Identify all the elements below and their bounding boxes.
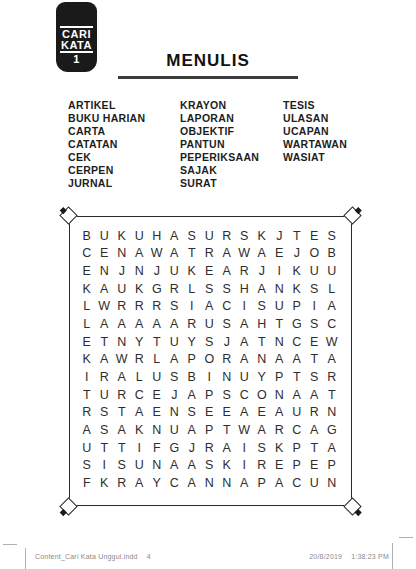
grid-cell-r10c5: E — [148, 386, 166, 404]
page-title: MENULIS — [118, 51, 298, 71]
grid-cell-r10c2: U — [96, 386, 114, 404]
grid-cell-r9c3: A — [113, 368, 131, 386]
grid-cell-r15c9: N — [218, 474, 236, 492]
grid-cell-r10c12: N — [271, 386, 289, 404]
grid-cell-r3c8: E — [201, 262, 219, 280]
grid-cell-r9c6: S — [166, 368, 184, 386]
grid-cell-r14c15: P — [323, 456, 341, 474]
grid-cell-r14c10: I — [236, 456, 254, 474]
grid-cell-r5c12: U — [271, 298, 289, 316]
grid-cell-r14c2: I — [96, 456, 114, 474]
grid-cell-r2c11: A — [253, 245, 271, 263]
word-list-column-1: ARTIKELBUKU HARIANCARTACATATANCEKCERPENJ… — [68, 99, 180, 190]
grid-cell-r1c12: J — [271, 227, 289, 245]
grid-cell-r12c15: G — [323, 421, 341, 439]
grid-cell-r14c12: E — [271, 456, 289, 474]
grid-cell-r6c12: T — [271, 315, 289, 333]
grid-cell-r5c11: S — [253, 298, 271, 316]
grid-cell-r15c7: A — [183, 474, 201, 492]
grid-cell-r9c1: I — [78, 368, 96, 386]
grid-cell-r9c2: R — [96, 368, 114, 386]
grid-cell-r13c2: T — [96, 439, 114, 457]
grid-cell-r15c11: P — [253, 474, 271, 492]
grid-cell-r9c14: S — [306, 368, 324, 386]
grid-cell-r13c10: I — [236, 439, 254, 457]
grid-cell-r7c10: A — [236, 333, 254, 351]
grid-cell-r8c1: K — [78, 350, 96, 368]
grid-cell-r9c7: B — [183, 368, 201, 386]
footer-filename: Content_Cari Kata Unggul.indd — [35, 553, 138, 560]
word-item: SURAT — [180, 177, 283, 190]
grid-cell-r10c14: A — [306, 386, 324, 404]
grid-cell-r12c12: R — [271, 421, 289, 439]
word-item: TESIS — [283, 99, 393, 112]
grid-cell-r3c2: N — [96, 262, 114, 280]
grid-cell-r4c11: A — [253, 280, 271, 298]
grid-cell-r3c1: E — [78, 262, 96, 280]
crop-mark — [25, 548, 26, 569]
grid-cell-r13c1: U — [78, 439, 96, 457]
grid-cell-r13c6: G — [166, 439, 184, 457]
grid-cell-r5c8: A — [201, 298, 219, 316]
grid-cell-r2c10: W — [236, 245, 254, 263]
grid-cell-r11c2: S — [96, 403, 114, 421]
grid-cell-r4c3: U — [113, 280, 131, 298]
grid-cell-r13c3: T — [113, 439, 131, 457]
grid-cell-r2c8: R — [201, 245, 219, 263]
crop-mark — [399, 537, 413, 538]
grid-cell-r6c14: S — [306, 315, 324, 333]
grid-cell-r1c3: K — [113, 227, 131, 245]
grid-cell-r2c13: J — [288, 245, 306, 263]
word-item: CATATAN — [68, 138, 180, 151]
puzzle-frame: BUKUHASURSKJTESCENAWATRAWAEJOBENJNJUKEAR… — [69, 216, 352, 506]
grid-cell-r1c9: R — [218, 227, 236, 245]
grid-cell-r13c12: K — [271, 439, 289, 457]
grid-cell-r4c4: K — [131, 280, 149, 298]
grid-cell-r4c2: A — [96, 280, 114, 298]
grid-cell-r1c11: K — [253, 227, 271, 245]
grid-cell-r7c6: U — [166, 333, 184, 351]
grid-cell-r4c1: K — [78, 280, 96, 298]
word-item: LAPORAN — [180, 112, 283, 125]
grid-cell-r2c6: A — [166, 245, 184, 263]
grid-cell-r8c11: N — [253, 350, 271, 368]
grid-cell-r15c14: U — [306, 474, 324, 492]
grid-cell-r3c9: A — [218, 262, 236, 280]
grid-cell-r9c5: U — [148, 368, 166, 386]
grid-cell-r6c10: A — [236, 315, 254, 333]
grid-cell-r6c15: C — [323, 315, 341, 333]
grid-cell-r11c15: N — [323, 403, 341, 421]
grid-cell-r8c2: A — [96, 350, 114, 368]
grid-cell-r14c11: R — [253, 456, 271, 474]
word-item: UCAPAN — [283, 125, 393, 138]
grid-cell-r7c3: N — [113, 333, 131, 351]
grid-cell-r14c6: A — [166, 456, 184, 474]
grid-cell-r3c15: U — [323, 262, 341, 280]
grid-cell-r15c10: A — [236, 474, 254, 492]
word-item: PANTUN — [180, 138, 283, 151]
grid-cell-r14c14: E — [306, 456, 324, 474]
grid-cell-r2c7: T — [183, 245, 201, 263]
grid-cell-r4c5: G — [148, 280, 166, 298]
grid-cell-r10c1: T — [78, 386, 96, 404]
grid-cell-r5c1: L — [78, 298, 96, 316]
grid-cell-r9c4: L — [131, 368, 149, 386]
grid-cell-r7c14: E — [306, 333, 324, 351]
grid-cell-r4c8: S — [201, 280, 219, 298]
word-item: SAJAK — [180, 164, 283, 177]
grid-cell-r4c15: L — [323, 280, 341, 298]
grid-cell-r15c6: C — [166, 474, 184, 492]
grid-cell-r2c14: O — [306, 245, 324, 263]
grid-cell-r9c9: N — [218, 368, 236, 386]
grid-cell-r3c14: U — [306, 262, 324, 280]
grid-cell-r6c11: H — [253, 315, 271, 333]
word-item: PEPERIKSAAN — [180, 151, 283, 164]
grid-cell-r15c15: N — [323, 474, 341, 492]
grid-cell-r11c7: S — [183, 403, 201, 421]
grid-cell-r1c14: E — [306, 227, 324, 245]
grid-cell-r5c9: C — [218, 298, 236, 316]
grid-cell-r11c11: E — [253, 403, 271, 421]
grid-cell-r4c7: L — [183, 280, 201, 298]
footer-page-number: 4 — [147, 553, 151, 560]
word-item: WARTAWAN — [283, 138, 393, 151]
grid-cell-r12c8: P — [201, 421, 219, 439]
grid-cell-r5c7: I — [183, 298, 201, 316]
grid-cell-r12c14: A — [306, 421, 324, 439]
grid-cell-r1c15: S — [323, 227, 341, 245]
grid-cell-r5c5: R — [148, 298, 166, 316]
grid-cell-r8c4: R — [131, 350, 149, 368]
grid-cell-r11c5: E — [148, 403, 166, 421]
grid-cell-r8c9: R — [218, 350, 236, 368]
grid-cell-r12c4: K — [131, 421, 149, 439]
grid-cell-r15c12: A — [271, 474, 289, 492]
grid-cell-r3c3: J — [113, 262, 131, 280]
grid-cell-r14c8: S — [201, 456, 219, 474]
grid-cell-r14c1: S — [78, 456, 96, 474]
grid-cell-r6c4: A — [131, 315, 149, 333]
grid-cell-r11c1: R — [78, 403, 96, 421]
grid-cell-r13c5: F — [148, 439, 166, 457]
grid-cell-r11c6: N — [166, 403, 184, 421]
grid-cell-r12c1: A — [78, 421, 96, 439]
grid-cell-r12c10: W — [236, 421, 254, 439]
grid-cell-r5c15: A — [323, 298, 341, 316]
grid-cell-r9c13: T — [288, 368, 306, 386]
grid-cell-r13c15: A — [323, 439, 341, 457]
footer-time: 1:38:23 PM — [351, 553, 389, 560]
grid-cell-r2c12: E — [271, 245, 289, 263]
grid-cell-r5c6: S — [166, 298, 184, 316]
grid-cell-r10c4: C — [131, 386, 149, 404]
grid-cell-r15c2: K — [96, 474, 114, 492]
crop-mark — [3, 544, 17, 545]
grid-cell-r4c6: R — [166, 280, 184, 298]
grid-cell-r14c5: N — [148, 456, 166, 474]
grid-cell-r10c8: P — [201, 386, 219, 404]
word-item: JURNAL — [68, 177, 180, 190]
grid-cell-r11c9: E — [218, 403, 236, 421]
grid-cell-r11c8: E — [201, 403, 219, 421]
grid-cell-r13c4: I — [131, 439, 149, 457]
grid-cell-r14c13: P — [288, 456, 306, 474]
grid-cell-r7c5: T — [148, 333, 166, 351]
grid-cell-r9c11: Y — [253, 368, 271, 386]
grid-cell-r8c13: A — [288, 350, 306, 368]
grid-cell-r11c3: T — [113, 403, 131, 421]
grid-cell-r11c13: U — [288, 403, 306, 421]
page: CARI KATA 1 MENULIS ARTIKELBUKU HARIANCA… — [0, 0, 416, 569]
title-block: MENULIS — [118, 51, 298, 79]
grid-cell-r4c14: S — [306, 280, 324, 298]
grid-cell-r7c1: E — [78, 333, 96, 351]
grid-cell-r14c4: U — [131, 456, 149, 474]
grid-cell-r10c3: R — [113, 386, 131, 404]
grid-cell-r8c12: A — [271, 350, 289, 368]
grid-cell-r1c4: U — [131, 227, 149, 245]
grid-cell-r3c11: J — [253, 262, 271, 280]
grid-cell-r12c5: N — [148, 421, 166, 439]
grid-cell-r2c9: A — [218, 245, 236, 263]
grid-cell-r13c13: P — [288, 439, 306, 457]
grid-cell-r3c4: N — [131, 262, 149, 280]
grid-cell-r10c13: A — [288, 386, 306, 404]
grid-cell-r15c5: Y — [148, 474, 166, 492]
word-list-column-2: KRAYONLAPORANOBJEKTIFPANTUNPEPERIKSAANSA… — [180, 99, 283, 190]
grid-cell-r8c5: L — [148, 350, 166, 368]
grid-cell-r3c6: U — [166, 262, 184, 280]
crop-mark — [392, 543, 393, 569]
grid-cell-r9c15: R — [323, 368, 341, 386]
grid-cell-r9c8: I — [201, 368, 219, 386]
word-item: ARTIKEL — [68, 99, 180, 112]
word-list: ARTIKELBUKU HARIANCARTACATATANCEKCERPENJ… — [68, 99, 396, 190]
grid-cell-r1c8: U — [201, 227, 219, 245]
badge-number: 1 — [56, 54, 97, 65]
grid-cell-r11c4: A — [131, 403, 149, 421]
grid-cell-r3c10: R — [236, 262, 254, 280]
grid-cell-r12c7: A — [183, 421, 201, 439]
footer-date: 20/8/2019 — [309, 553, 342, 560]
word-item: WASIAT — [283, 151, 393, 164]
grid-cell-r7c12: N — [271, 333, 289, 351]
grid-cell-r10c7: A — [183, 386, 201, 404]
grid-cell-r7c11: T — [253, 333, 271, 351]
grid-cell-r4c12: N — [271, 280, 289, 298]
grid-cell-r12c3: A — [113, 421, 131, 439]
grid-cell-r3c7: K — [183, 262, 201, 280]
grid-cell-r6c8: U — [201, 315, 219, 333]
grid-cell-r1c10: S — [236, 227, 254, 245]
word-item: ULASAN — [283, 112, 393, 125]
grid-cell-r8c8: O — [201, 350, 219, 368]
grid-cell-r11c12: A — [271, 403, 289, 421]
grid-cell-r7c8: S — [201, 333, 219, 351]
word-item: BUKU HARIAN — [68, 112, 180, 125]
grid-cell-r13c9: A — [218, 439, 236, 457]
grid-cell-r10c9: S — [218, 386, 236, 404]
grid-cell-r1c1: B — [78, 227, 96, 245]
grid-cell-r14c7: A — [183, 456, 201, 474]
grid-cell-r9c10: U — [236, 368, 254, 386]
grid-cell-r5c2: W — [96, 298, 114, 316]
grid-cell-r15c3: R — [113, 474, 131, 492]
grid-cell-r8c10: A — [236, 350, 254, 368]
grid-cell-r12c2: S — [96, 421, 114, 439]
grid-cell-r3c12: I — [271, 262, 289, 280]
grid-cell-r11c10: A — [236, 403, 254, 421]
grid-cell-r1c6: A — [166, 227, 184, 245]
grid-cell-r7c2: T — [96, 333, 114, 351]
grid-cell-r7c9: J — [218, 333, 236, 351]
grid-cell-r10c15: T — [323, 386, 341, 404]
grid-cell-r14c9: K — [218, 456, 236, 474]
grid-cell-r6c7: R — [183, 315, 201, 333]
grid-cell-r4c9: S — [218, 280, 236, 298]
grid-cell-r6c2: A — [96, 315, 114, 333]
word-item: CEK — [68, 151, 180, 164]
grid-cell-r8c3: W — [113, 350, 131, 368]
grid-cell-r13c7: J — [183, 439, 201, 457]
badge-label-kata: KATA — [56, 40, 97, 51]
grid-cell-r12c6: U — [166, 421, 184, 439]
grid-cell-r6c3: A — [113, 315, 131, 333]
grid-cell-r9c12: P — [271, 368, 289, 386]
grid-cell-r13c8: R — [201, 439, 219, 457]
grid-cell-r2c15: B — [323, 245, 341, 263]
cari-kata-badge: CARI KATA 1 — [56, 2, 97, 72]
grid-cell-r8c14: T — [306, 350, 324, 368]
grid-cell-r3c13: K — [288, 262, 306, 280]
letter-grid: BUKUHASURSKJTESCENAWATRAWAEJOBENJNJUKEAR… — [78, 227, 341, 492]
grid-cell-r2c4: A — [131, 245, 149, 263]
grid-cell-r6c9: S — [218, 315, 236, 333]
grid-cell-r15c1: F — [78, 474, 96, 492]
grid-cell-r8c15: A — [323, 350, 341, 368]
title-underline — [118, 76, 298, 79]
footer-left: Content_Cari Kata Unggul.indd4 — [35, 553, 151, 560]
grid-cell-r3c5: J — [148, 262, 166, 280]
grid-cell-r1c13: T — [288, 227, 306, 245]
grid-cell-r10c11: O — [253, 386, 271, 404]
grid-cell-r4c13: K — [288, 280, 306, 298]
grid-cell-r14c3: S — [113, 456, 131, 474]
grid-cell-r5c4: R — [131, 298, 149, 316]
grid-cell-r10c10: C — [236, 386, 254, 404]
grid-cell-r2c1: C — [78, 245, 96, 263]
grid-cell-r5c14: I — [306, 298, 324, 316]
grid-cell-r4c10: H — [236, 280, 254, 298]
footer-timestamp: 20/8/20191:38:23 PM — [309, 553, 389, 560]
grid-cell-r5c13: P — [288, 298, 306, 316]
grid-cell-r2c2: E — [96, 245, 114, 263]
grid-cell-r12c13: C — [288, 421, 306, 439]
grid-cell-r1c7: S — [183, 227, 201, 245]
grid-cell-r1c5: H — [148, 227, 166, 245]
grid-cell-r13c14: T — [306, 439, 324, 457]
grid-cell-r12c9: T — [218, 421, 236, 439]
grid-cell-r7c4: Y — [131, 333, 149, 351]
grid-cell-r8c6: A — [166, 350, 184, 368]
grid-cell-r15c13: C — [288, 474, 306, 492]
grid-cell-r11c14: R — [306, 403, 324, 421]
grid-cell-r2c3: N — [113, 245, 131, 263]
grid-cell-r1c2: U — [96, 227, 114, 245]
grid-cell-r2c5: W — [148, 245, 166, 263]
grid-cell-r15c4: A — [131, 474, 149, 492]
grid-cell-r12c11: A — [253, 421, 271, 439]
grid-cell-r5c10: I — [236, 298, 254, 316]
word-list-column-3: TESISULASANUCAPANWARTAWANWASIAT — [283, 99, 393, 190]
grid-cell-r15c8: N — [201, 474, 219, 492]
grid-cell-r6c5: A — [148, 315, 166, 333]
word-item: CERPEN — [68, 164, 180, 177]
grid-cell-r13c11: S — [253, 439, 271, 457]
grid-cell-r7c13: C — [288, 333, 306, 351]
grid-cell-r6c13: G — [288, 315, 306, 333]
grid-cell-r6c1: L — [78, 315, 96, 333]
word-item: KRAYON — [180, 99, 283, 112]
grid-cell-r8c7: P — [183, 350, 201, 368]
word-item: CARTA — [68, 125, 180, 138]
grid-cell-r5c3: R — [113, 298, 131, 316]
grid-cell-r10c6: J — [166, 386, 184, 404]
grid-cell-r7c7: Y — [183, 333, 201, 351]
grid-cell-r6c6: A — [166, 315, 184, 333]
word-item: OBJEKTIF — [180, 125, 283, 138]
grid-cell-r7c15: W — [323, 333, 341, 351]
